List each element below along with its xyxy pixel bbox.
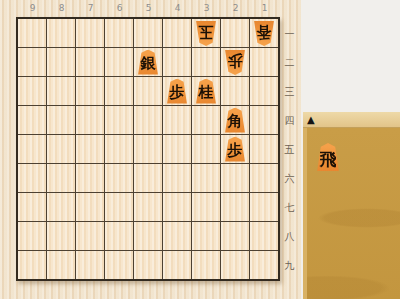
piece-stand[interactable]: 飛 (303, 128, 400, 299)
board-square[interactable] (221, 77, 249, 105)
board-square[interactable] (163, 193, 191, 221)
rank-label: 二 (281, 48, 298, 77)
file-label: 7 (76, 2, 105, 15)
board-square[interactable] (18, 48, 46, 76)
shogi-board-panel: 987654321 一二三四五六七八九 玉香銀歩歩桂角歩 (0, 0, 301, 299)
shogi-piece[interactable]: 歩 (166, 79, 188, 104)
board-square[interactable]: 桂 (192, 77, 220, 105)
board-square[interactable] (163, 48, 191, 76)
board-square[interactable] (221, 164, 249, 192)
board-square[interactable] (47, 77, 75, 105)
board-square[interactable] (105, 106, 133, 134)
rank-label: 四 (281, 106, 298, 135)
board-square[interactable] (76, 135, 104, 163)
file-label: 3 (192, 2, 221, 15)
board-square[interactable] (18, 193, 46, 221)
board-square[interactable] (134, 222, 162, 250)
board-square[interactable] (134, 193, 162, 221)
file-label: 4 (163, 2, 192, 15)
board-square[interactable] (134, 77, 162, 105)
board-square[interactable] (134, 164, 162, 192)
board-square[interactable]: 香 (250, 19, 278, 47)
board-square[interactable] (221, 222, 249, 250)
rank-label: 一 (281, 19, 298, 48)
hand-piece[interactable]: 飛 (316, 143, 340, 171)
shogi-piece[interactable]: 香 (253, 21, 275, 46)
file-label: 5 (134, 2, 163, 15)
board-square[interactable] (18, 135, 46, 163)
board-square[interactable] (192, 251, 220, 279)
board-square[interactable] (76, 48, 104, 76)
board-square[interactable] (134, 135, 162, 163)
board-square[interactable] (134, 19, 162, 47)
file-label: 9 (18, 2, 47, 15)
board-square[interactable]: 角 (221, 106, 249, 134)
board-square[interactable] (47, 222, 75, 250)
board-square[interactable] (192, 48, 220, 76)
board-square[interactable] (250, 77, 278, 105)
board-square[interactable] (163, 164, 191, 192)
board-square[interactable] (47, 106, 75, 134)
rank-label: 五 (281, 135, 298, 164)
shogi-piece[interactable]: 桂 (195, 79, 217, 104)
shogi-piece[interactable]: 銀 (137, 50, 159, 75)
board-square[interactable]: 歩 (221, 48, 249, 76)
board-square[interactable] (47, 135, 75, 163)
board-square[interactable] (105, 193, 133, 221)
board-square[interactable] (105, 77, 133, 105)
shogi-piece[interactable]: 玉 (195, 21, 217, 46)
board-square[interactable] (76, 19, 104, 47)
board-square[interactable] (76, 106, 104, 134)
sente-marker-icon: ▲ (307, 112, 315, 127)
board-square[interactable] (192, 222, 220, 250)
board-square[interactable] (192, 135, 220, 163)
board-square[interactable] (192, 106, 220, 134)
board-square[interactable] (250, 135, 278, 163)
board-square[interactable] (105, 251, 133, 279)
board-square[interactable] (221, 251, 249, 279)
shogi-board[interactable]: 玉香銀歩歩桂角歩 (16, 17, 280, 281)
board-square[interactable]: 玉 (192, 19, 220, 47)
file-label: 6 (105, 2, 134, 15)
board-square[interactable] (105, 48, 133, 76)
board-square[interactable] (47, 19, 75, 47)
board-square[interactable] (76, 251, 104, 279)
board-square[interactable] (250, 193, 278, 221)
board-square[interactable] (105, 222, 133, 250)
rank-label: 七 (281, 193, 298, 222)
board-square[interactable]: 歩 (163, 77, 191, 105)
board-square[interactable] (163, 106, 191, 134)
board-square[interactable] (192, 164, 220, 192)
board-square[interactable] (47, 48, 75, 76)
board-square[interactable] (134, 251, 162, 279)
komadai-panel: ▲ 飛 (301, 0, 400, 299)
board-square[interactable] (221, 19, 249, 47)
file-label: 1 (250, 2, 279, 15)
board-square[interactable] (250, 251, 278, 279)
file-label: 8 (47, 2, 76, 15)
file-label: 2 (221, 2, 250, 15)
board-square[interactable] (105, 19, 133, 47)
board-square[interactable] (47, 251, 75, 279)
board-square[interactable] (163, 222, 191, 250)
board-square[interactable]: 歩 (221, 135, 249, 163)
shogi-diagram: 987654321 一二三四五六七八九 玉香銀歩歩桂角歩 ▲ 飛 (0, 0, 400, 299)
board-square[interactable] (163, 135, 191, 163)
board-square[interactable] (105, 135, 133, 163)
board-square[interactable] (192, 193, 220, 221)
board-square[interactable] (250, 164, 278, 192)
board-square[interactable] (18, 106, 46, 134)
board-square[interactable] (47, 193, 75, 221)
board-square[interactable] (250, 48, 278, 76)
board-square[interactable]: 銀 (134, 48, 162, 76)
rank-label: 九 (281, 251, 298, 280)
file-coordinates: 987654321 (18, 2, 279, 15)
board-square[interactable] (76, 193, 104, 221)
board-square[interactable] (76, 77, 104, 105)
board-square[interactable] (163, 251, 191, 279)
board-square[interactable] (163, 19, 191, 47)
board-square[interactable] (221, 193, 249, 221)
shogi-piece[interactable]: 角 (224, 108, 246, 133)
board-square[interactable] (250, 222, 278, 250)
board-square[interactable] (18, 164, 46, 192)
board-square[interactable] (18, 77, 46, 105)
rank-label: 六 (281, 164, 298, 193)
board-square[interactable] (47, 164, 75, 192)
board-square[interactable] (134, 106, 162, 134)
board-square[interactable] (76, 222, 104, 250)
board-square[interactable] (18, 251, 46, 279)
board-square[interactable] (105, 164, 133, 192)
shogi-piece[interactable]: 歩 (224, 137, 246, 162)
board-square[interactable] (76, 164, 104, 192)
board-square[interactable] (250, 106, 278, 134)
board-square[interactable] (18, 222, 46, 250)
rank-label: 八 (281, 222, 298, 251)
board-square[interactable] (18, 19, 46, 47)
rank-label: 三 (281, 77, 298, 106)
shogi-piece[interactable]: 歩 (224, 50, 246, 75)
piece-stand-header: ▲ (303, 112, 400, 128)
rank-coordinates: 一二三四五六七八九 (281, 19, 298, 280)
